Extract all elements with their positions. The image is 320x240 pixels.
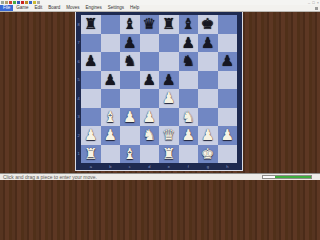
rank-label-2: 2 [76,133,81,138]
square-a7[interactable] [81,34,101,53]
square-f4[interactable] [179,89,199,108]
square-b7[interactable] [101,34,121,53]
file-label-f: f [179,164,199,169]
toolbar-icons [1,1,40,4]
menu-edit[interactable]: Edit [32,5,46,11]
black-knight[interactable]: ♞ [179,52,199,71]
black-knight[interactable]: ♞ [120,52,140,71]
menu-file[interactable]: File [0,5,13,11]
minimize-button[interactable]: – [308,0,310,5]
square-b4[interactable] [101,89,121,108]
white-pawn[interactable]: ♟ [120,108,140,127]
file-label-e: e [159,164,179,169]
white-king[interactable]: ♚ [198,145,218,164]
square-g8[interactable]: ♚ [198,15,218,34]
menu-overflow-icon[interactable] [315,7,318,10]
file-labels: abcdefgh [81,164,237,169]
square-g2[interactable]: ♟ [198,126,218,145]
square-a8[interactable]: ♜ [81,15,101,34]
square-d5[interactable]: ♟ [140,71,160,90]
square-h1[interactable] [218,145,238,164]
white-pawn[interactable]: ♟ [159,89,179,108]
close-button[interactable]: × [317,0,319,5]
square-c3[interactable]: ♟ [120,108,140,127]
square-d7[interactable] [140,34,160,53]
open-icon[interactable] [5,1,8,4]
black-king[interactable]: ♚ [198,15,218,34]
square-b6[interactable] [101,52,121,71]
menu-moves[interactable]: Moves [63,5,82,11]
status-text: Click and drag a piece to enter your mov… [3,174,97,180]
white-pawn[interactable]: ♟ [101,126,121,145]
square-b1[interactable] [101,145,121,164]
status-bar: Click and drag a piece to enter your mov… [0,173,320,180]
black-queen[interactable]: ♛ [140,15,160,34]
square-b3[interactable]: ♝ [101,108,121,127]
square-d2[interactable]: ♞ [140,126,160,145]
square-d3[interactable]: ♟ [140,108,160,127]
file-label-d: d [140,164,160,169]
black-pawn[interactable]: ♟ [120,34,140,53]
square-a3[interactable] [81,108,101,127]
white-rook[interactable]: ♜ [159,145,179,164]
square-d1[interactable] [140,145,160,164]
window-controls: –□× [308,0,319,5]
square-a4[interactable] [81,89,101,108]
square-c4[interactable] [120,89,140,108]
black-pawn[interactable]: ♟ [101,71,121,90]
menu-engines[interactable]: Engines [83,5,105,11]
square-g4[interactable] [198,89,218,108]
black-bishop[interactable]: ♝ [179,15,199,34]
square-g3[interactable] [198,108,218,127]
square-e6[interactable] [159,52,179,71]
square-c6[interactable]: ♞ [120,52,140,71]
menu-board[interactable]: Board [45,5,63,11]
white-bishop[interactable]: ♝ [101,108,121,127]
black-rook[interactable]: ♜ [81,15,101,34]
square-a5[interactable] [81,71,101,90]
rank-label-3: 3 [76,114,81,119]
black-bishop[interactable]: ♝ [120,15,140,34]
file-label-c: c [120,164,140,169]
white-pawn[interactable]: ♟ [179,126,199,145]
start-icon[interactable] [13,1,16,4]
black-pawn[interactable]: ♟ [179,34,199,53]
square-g5[interactable] [198,71,218,90]
settings-icon[interactable] [37,1,40,4]
rank-label-8: 8 [76,22,81,27]
black-pawn[interactable]: ♟ [159,71,179,90]
square-h7[interactable] [218,34,238,53]
black-pawn[interactable]: ♟ [218,52,238,71]
square-b8[interactable] [101,15,121,34]
square-b2[interactable]: ♟ [101,126,121,145]
board-panel: ♜♝♛♜♝♚♟♟♟♟♞♞♟♟♟♟♟♝♟♟♞♟♟♞♛♟♟♟♜♝♜♚ 8765432… [76,12,242,170]
square-f6[interactable]: ♞ [179,52,199,71]
white-knight[interactable]: ♞ [140,126,160,145]
square-a2[interactable]: ♟ [81,126,101,145]
square-d6[interactable] [140,52,160,71]
square-c5[interactable] [120,71,140,90]
square-f5[interactable] [179,71,199,90]
white-rook[interactable]: ♜ [81,145,101,164]
square-h5[interactable] [218,71,238,90]
stop-icon[interactable] [21,1,24,4]
menu-settings[interactable]: Settings [105,5,127,11]
file-label-b: b [101,164,121,169]
square-d4[interactable] [140,89,160,108]
file-label-h: h [218,164,238,169]
menu-help[interactable]: Help [127,5,142,11]
square-f8[interactable]: ♝ [179,15,199,34]
rank-label-7: 7 [76,40,81,45]
square-h2[interactable]: ♟ [218,126,238,145]
black-pawn[interactable]: ♟ [198,34,218,53]
black-rook[interactable]: ♜ [159,15,179,34]
engine-icon[interactable] [29,1,32,4]
square-h4[interactable] [218,89,238,108]
chess-board: ♜♝♛♜♝♚♟♟♟♟♞♞♟♟♟♟♟♝♟♟♞♟♟♞♛♟♟♟♜♝♜♚ [81,15,237,163]
square-e5[interactable]: ♟ [159,71,179,90]
square-e1[interactable]: ♜ [159,145,179,164]
back-icon[interactable] [17,1,20,4]
white-pawn[interactable]: ♟ [140,108,160,127]
square-c7[interactable]: ♟ [120,34,140,53]
square-f7[interactable]: ♟ [179,34,199,53]
square-c1[interactable]: ♝ [120,145,140,164]
square-f1[interactable] [179,145,199,164]
square-g6[interactable] [198,52,218,71]
menu-bar: FileGameEditBoardMovesEnginesSettingsHel… [0,5,320,12]
white-queen[interactable]: ♛ [159,126,179,145]
square-h3[interactable] [218,108,238,127]
square-a1[interactable]: ♜ [81,145,101,164]
rank-label-6: 6 [76,59,81,64]
white-knight[interactable]: ♞ [179,108,199,127]
new-icon[interactable] [1,1,4,4]
white-bishop[interactable]: ♝ [120,145,140,164]
file-label-a: a [81,164,101,169]
flag-icon[interactable] [33,1,36,4]
white-pawn[interactable]: ♟ [198,126,218,145]
rank-label-1: 1 [76,151,81,156]
square-c8[interactable]: ♝ [120,15,140,34]
black-pawn[interactable]: ♟ [140,71,160,90]
square-e2[interactable]: ♛ [159,126,179,145]
menu-game[interactable]: Game [13,5,31,11]
square-c2[interactable] [120,126,140,145]
square-e4[interactable]: ♟ [159,89,179,108]
white-pawn[interactable]: ♟ [218,126,238,145]
square-g1[interactable]: ♚ [198,145,218,164]
square-e3[interactable] [159,108,179,127]
square-e8[interactable]: ♜ [159,15,179,34]
rank-label-4: 4 [76,96,81,101]
engine-progress-bar [262,175,312,179]
maximize-button[interactable]: □ [312,0,314,5]
square-e7[interactable] [159,34,179,53]
white-pawn[interactable]: ♟ [81,126,101,145]
rank-label-5: 5 [76,77,81,82]
square-a6[interactable]: ♟ [81,52,101,71]
file-label-g: g [198,164,218,169]
square-d8[interactable]: ♛ [140,15,160,34]
square-b5[interactable]: ♟ [101,71,121,90]
hint-icon[interactable] [25,1,28,4]
square-f2[interactable]: ♟ [179,126,199,145]
square-f3[interactable]: ♞ [179,108,199,127]
save-icon[interactable] [9,1,12,4]
rank-labels: 87654321 [76,15,81,163]
square-h8[interactable] [218,15,238,34]
square-h6[interactable]: ♟ [218,52,238,71]
black-pawn[interactable]: ♟ [81,52,101,71]
square-g7[interactable]: ♟ [198,34,218,53]
engine-progress-fill [275,176,311,178]
